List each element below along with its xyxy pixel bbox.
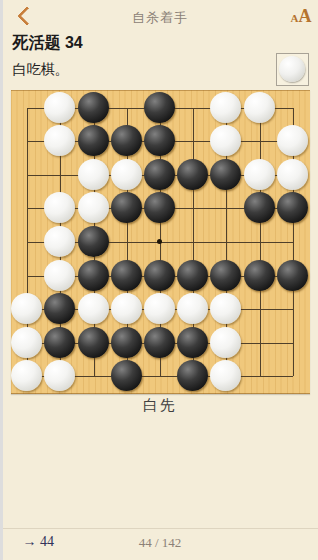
black-stone: [144, 125, 175, 156]
board-point[interactable]: [243, 158, 276, 192]
board-point[interactable]: [77, 359, 110, 393]
board-point[interactable]: [77, 158, 110, 192]
board-point[interactable]: [143, 192, 176, 226]
problem-title: 死活题 34: [13, 33, 83, 54]
font-size-large-a: A: [299, 6, 312, 26]
board-point[interactable]: [210, 125, 243, 159]
board-point[interactable]: [143, 259, 176, 293]
board-point[interactable]: [110, 292, 143, 326]
black-stone: [78, 226, 109, 257]
white-stone: [111, 293, 142, 324]
board-point[interactable]: [143, 359, 176, 393]
board-point[interactable]: [11, 359, 44, 393]
board-point[interactable]: [44, 125, 77, 159]
board-point[interactable]: [276, 259, 309, 293]
board-point[interactable]: [110, 125, 143, 159]
black-stone: [144, 159, 175, 190]
board-point[interactable]: [243, 225, 276, 259]
white-stone: [44, 192, 75, 223]
board-caption: 白先: [3, 396, 318, 415]
board-point[interactable]: [77, 259, 110, 293]
board-point[interactable]: [210, 259, 243, 293]
board-point[interactable]: [11, 225, 44, 259]
board-point[interactable]: [210, 91, 243, 125]
board-point[interactable]: [44, 259, 77, 293]
board-point[interactable]: [143, 158, 176, 192]
board-point[interactable]: [44, 158, 77, 192]
board-point[interactable]: [243, 91, 276, 125]
app-screen: 自杀着手 AA 死活题 34 白吃棋。 白先 → 44 44 / 142: [3, 0, 318, 560]
board-point[interactable]: [11, 158, 44, 192]
black-stone: [244, 260, 275, 291]
hoshi-point: [157, 239, 162, 244]
board-point[interactable]: [11, 326, 44, 360]
board-point[interactable]: [210, 326, 243, 360]
nav-title: 自杀着手: [3, 9, 318, 27]
black-stone: [78, 92, 109, 123]
board-point[interactable]: [210, 292, 243, 326]
board-point[interactable]: [276, 158, 309, 192]
board-point[interactable]: [177, 225, 210, 259]
board-point[interactable]: [276, 125, 309, 159]
black-stone: [244, 192, 275, 223]
board-point[interactable]: [143, 326, 176, 360]
black-stone: [144, 92, 175, 123]
board-point[interactable]: [177, 158, 210, 192]
board-point[interactable]: [44, 326, 77, 360]
white-stone: [78, 192, 109, 223]
black-stone: [177, 260, 208, 291]
white-stone: [277, 125, 308, 156]
board-point[interactable]: [243, 326, 276, 360]
white-stone: [44, 360, 75, 391]
board-point[interactable]: [77, 326, 110, 360]
black-stone: [78, 125, 109, 156]
white-stone: [210, 327, 241, 358]
black-stone: [177, 159, 208, 190]
board-point[interactable]: [44, 91, 77, 125]
board-point[interactable]: [77, 125, 110, 159]
black-stone: [277, 260, 308, 291]
board-point[interactable]: [77, 192, 110, 226]
board-point[interactable]: [177, 292, 210, 326]
board-point[interactable]: [110, 259, 143, 293]
board-point[interactable]: [143, 91, 176, 125]
board-point[interactable]: [177, 259, 210, 293]
white-stone: [210, 360, 241, 391]
white-stone: [78, 293, 109, 324]
board-point[interactable]: [44, 292, 77, 326]
white-stone: [210, 293, 241, 324]
black-stone: [111, 260, 142, 291]
board-point[interactable]: [276, 326, 309, 360]
white-stone: [44, 260, 75, 291]
bottom-toolbar: → 44 44 / 142: [3, 528, 318, 560]
white-stone: [244, 92, 275, 123]
board-point[interactable]: [110, 225, 143, 259]
board-point[interactable]: [177, 91, 210, 125]
black-stone: [144, 260, 175, 291]
board-point[interactable]: [276, 359, 309, 393]
black-stone: [144, 327, 175, 358]
board-point[interactable]: [276, 225, 309, 259]
black-stone: [111, 192, 142, 223]
board-point[interactable]: [210, 359, 243, 393]
board-point[interactable]: [177, 125, 210, 159]
white-stone: [210, 125, 241, 156]
board-point[interactable]: [77, 292, 110, 326]
board-point[interactable]: [11, 292, 44, 326]
board-point[interactable]: [177, 359, 210, 393]
black-stone: [210, 260, 241, 291]
black-stone: [78, 327, 109, 358]
board-point[interactable]: [143, 292, 176, 326]
black-stone: [277, 192, 308, 223]
black-stone: [111, 360, 142, 391]
white-stone: [210, 92, 241, 123]
font-size-button[interactable]: AA: [291, 5, 312, 29]
black-stone: [78, 260, 109, 291]
progress-label: 44 / 142: [3, 535, 318, 551]
white-stone: [11, 360, 42, 391]
board-point[interactable]: [276, 292, 309, 326]
board-point[interactable]: [143, 225, 176, 259]
board-point[interactable]: [44, 225, 77, 259]
black-stone: [210, 159, 241, 190]
board-point[interactable]: [44, 192, 77, 226]
board-point[interactable]: [243, 192, 276, 226]
white-stone: [11, 327, 42, 358]
black-stone: [111, 125, 142, 156]
black-stone: [111, 327, 142, 358]
to-play-indicator: [276, 53, 309, 86]
board-point[interactable]: [110, 326, 143, 360]
white-stone: [44, 92, 75, 123]
white-stone-icon: [279, 56, 305, 82]
board-point[interactable]: [77, 91, 110, 125]
board-point[interactable]: [110, 359, 143, 393]
go-board[interactable]: [11, 90, 310, 394]
board-point[interactable]: [44, 359, 77, 393]
board-point[interactable]: [243, 292, 276, 326]
board-point[interactable]: [243, 125, 276, 159]
black-stone: [44, 293, 75, 324]
font-size-small-a: A: [291, 12, 299, 24]
board-point[interactable]: [143, 125, 176, 159]
board-point[interactable]: [177, 192, 210, 226]
board-point[interactable]: [210, 158, 243, 192]
problem-task: 白吃棋。: [13, 61, 69, 79]
board-point[interactable]: [77, 225, 110, 259]
board-point[interactable]: [276, 192, 309, 226]
white-stone: [44, 125, 75, 156]
black-stone: [44, 327, 75, 358]
white-stone: [144, 293, 175, 324]
board-point[interactable]: [110, 192, 143, 226]
board-point[interactable]: [210, 192, 243, 226]
black-stone: [144, 192, 175, 223]
white-stone: [78, 159, 109, 190]
board-point[interactable]: [210, 225, 243, 259]
board-point[interactable]: [110, 158, 143, 192]
white-stone: [44, 226, 75, 257]
black-stone: [177, 327, 208, 358]
white-stone: [177, 293, 208, 324]
board-point[interactable]: [11, 192, 44, 226]
nav-bar: 自杀着手 AA: [3, 0, 318, 32]
white-stone: [277, 159, 308, 190]
board-point[interactable]: [11, 259, 44, 293]
board-point[interactable]: [276, 91, 309, 125]
black-stone: [177, 360, 208, 391]
board-point[interactable]: [243, 259, 276, 293]
board-point[interactable]: [11, 91, 44, 125]
white-stone: [111, 159, 142, 190]
white-stone: [11, 293, 42, 324]
board-point[interactable]: [177, 326, 210, 360]
board-point[interactable]: [110, 91, 143, 125]
board-point[interactable]: [11, 125, 44, 159]
white-stone: [244, 159, 275, 190]
go-board-grid: [11, 91, 310, 393]
board-point[interactable]: [243, 359, 276, 393]
